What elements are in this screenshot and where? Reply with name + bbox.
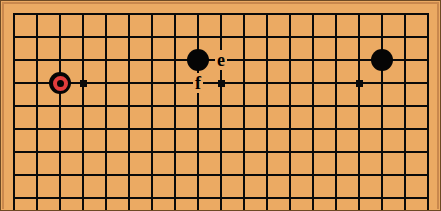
intersection-L11 bbox=[233, 187, 256, 210]
go-diagram: ef bbox=[0, 0, 441, 211]
intersection-T13 bbox=[417, 141, 440, 164]
intersection-P18 bbox=[325, 26, 348, 49]
intersection-K12 bbox=[210, 164, 233, 187]
intersection-G17 bbox=[141, 49, 164, 72]
intersection-H13 bbox=[164, 141, 187, 164]
intersection-E16 bbox=[95, 72, 118, 95]
intersection-Q11 bbox=[348, 187, 371, 210]
intersection-A15 bbox=[3, 95, 26, 118]
intersection-S12 bbox=[394, 164, 417, 187]
intersection-B13 bbox=[26, 141, 49, 164]
intersection-T11 bbox=[417, 187, 440, 210]
intersection-E17 bbox=[95, 49, 118, 72]
intersection-E15 bbox=[95, 95, 118, 118]
intersection-O19 bbox=[302, 3, 325, 26]
intersection-N17 bbox=[279, 49, 302, 72]
intersection-E12 bbox=[95, 164, 118, 187]
go-board: ef bbox=[0, 0, 441, 211]
intersection-H16 bbox=[164, 72, 187, 95]
intersection-Q15 bbox=[348, 95, 371, 118]
intersection-M14 bbox=[256, 118, 279, 141]
intersection-G11 bbox=[141, 187, 164, 210]
black-stone-J17 bbox=[187, 49, 209, 71]
intersection-A12 bbox=[3, 164, 26, 187]
intersection-R11 bbox=[371, 187, 394, 210]
intersection-T15 bbox=[417, 95, 440, 118]
intersection-S17 bbox=[394, 49, 417, 72]
intersection-T14 bbox=[417, 118, 440, 141]
intersection-C12 bbox=[49, 164, 72, 187]
intersection-R13 bbox=[371, 141, 394, 164]
intersection-R17 bbox=[371, 49, 394, 72]
intersection-N12 bbox=[279, 164, 302, 187]
intersection-R19 bbox=[371, 3, 394, 26]
intersection-B14 bbox=[26, 118, 49, 141]
intersection-H18 bbox=[164, 26, 187, 49]
intersection-B11 bbox=[26, 187, 49, 210]
intersection-J13 bbox=[187, 141, 210, 164]
intersection-K18 bbox=[210, 26, 233, 49]
intersection-D19 bbox=[72, 3, 95, 26]
intersection-L15 bbox=[233, 95, 256, 118]
intersection-F13 bbox=[118, 141, 141, 164]
intersection-P12 bbox=[325, 164, 348, 187]
intersection-S15 bbox=[394, 95, 417, 118]
intersection-S11 bbox=[394, 187, 417, 210]
intersection-D16 bbox=[72, 72, 95, 95]
intersection-B15 bbox=[26, 95, 49, 118]
intersection-M19 bbox=[256, 3, 279, 26]
intersection-K11 bbox=[210, 187, 233, 210]
intersection-P14 bbox=[325, 118, 348, 141]
intersection-C11 bbox=[49, 187, 72, 210]
intersection-C18 bbox=[49, 26, 72, 49]
intersection-N14 bbox=[279, 118, 302, 141]
intersection-S14 bbox=[394, 118, 417, 141]
intersection-H19 bbox=[164, 3, 187, 26]
intersection-A19 bbox=[3, 3, 26, 26]
intersection-G15 bbox=[141, 95, 164, 118]
intersection-M18 bbox=[256, 26, 279, 49]
intersection-J12 bbox=[187, 164, 210, 187]
intersection-A14 bbox=[3, 118, 26, 141]
intersection-L14 bbox=[233, 118, 256, 141]
intersection-A13 bbox=[3, 141, 26, 164]
intersection-N13 bbox=[279, 141, 302, 164]
intersection-Q14 bbox=[348, 118, 371, 141]
intersection-E19 bbox=[95, 3, 118, 26]
intersection-L17 bbox=[233, 49, 256, 72]
intersection-T17 bbox=[417, 49, 440, 72]
intersection-S13 bbox=[394, 141, 417, 164]
intersection-J18 bbox=[187, 26, 210, 49]
intersection-F18 bbox=[118, 26, 141, 49]
intersection-T12 bbox=[417, 164, 440, 187]
intersection-B19 bbox=[26, 3, 49, 26]
intersection-D15 bbox=[72, 95, 95, 118]
intersection-D18 bbox=[72, 26, 95, 49]
intersection-J11 bbox=[187, 187, 210, 210]
intersection-F11 bbox=[118, 187, 141, 210]
intersection-O13 bbox=[302, 141, 325, 164]
intersection-N18 bbox=[279, 26, 302, 49]
intersection-O17 bbox=[302, 49, 325, 72]
intersection-Q16 bbox=[348, 72, 371, 95]
intersection-M13 bbox=[256, 141, 279, 164]
intersection-C17 bbox=[49, 49, 72, 72]
point-label-e-K17: e bbox=[215, 50, 227, 70]
intersection-N16 bbox=[279, 72, 302, 95]
intersection-E13 bbox=[95, 141, 118, 164]
intersection-T18 bbox=[417, 26, 440, 49]
intersection-D14 bbox=[72, 118, 95, 141]
intersection-M16 bbox=[256, 72, 279, 95]
intersection-D11 bbox=[72, 187, 95, 210]
intersection-E18 bbox=[95, 26, 118, 49]
intersection-C14 bbox=[49, 118, 72, 141]
intersection-K14 bbox=[210, 118, 233, 141]
hoshi-point-Q16 bbox=[356, 80, 363, 87]
black-stone-C16 bbox=[49, 72, 71, 94]
intersection-J16: f bbox=[187, 72, 210, 95]
point-label-f-J16: f bbox=[193, 73, 203, 93]
intersection-H17 bbox=[164, 49, 187, 72]
intersection-Q12 bbox=[348, 164, 371, 187]
black-stone-R17 bbox=[371, 49, 393, 71]
intersection-N11 bbox=[279, 187, 302, 210]
intersection-R15 bbox=[371, 95, 394, 118]
intersection-F16 bbox=[118, 72, 141, 95]
intersection-O12 bbox=[302, 164, 325, 187]
intersection-C19 bbox=[49, 3, 72, 26]
intersection-J14 bbox=[187, 118, 210, 141]
intersection-H14 bbox=[164, 118, 187, 141]
intersection-Q17 bbox=[348, 49, 371, 72]
intersection-M17 bbox=[256, 49, 279, 72]
intersection-K19 bbox=[210, 3, 233, 26]
hoshi-point-K16 bbox=[218, 80, 225, 87]
intersection-H11 bbox=[164, 187, 187, 210]
intersection-F15 bbox=[118, 95, 141, 118]
intersection-N19 bbox=[279, 3, 302, 26]
intersection-A16 bbox=[3, 72, 26, 95]
intersection-K13 bbox=[210, 141, 233, 164]
hoshi-point-D16 bbox=[80, 80, 87, 87]
intersection-T16 bbox=[417, 72, 440, 95]
intersection-L13 bbox=[233, 141, 256, 164]
intersection-G16 bbox=[141, 72, 164, 95]
intersection-K17: e bbox=[210, 49, 233, 72]
intersection-G12 bbox=[141, 164, 164, 187]
intersection-P15 bbox=[325, 95, 348, 118]
intersection-B18 bbox=[26, 26, 49, 49]
circle-mark-icon bbox=[53, 76, 68, 91]
intersection-Q13 bbox=[348, 141, 371, 164]
intersection-S19 bbox=[394, 3, 417, 26]
intersection-S16 bbox=[394, 72, 417, 95]
intersection-F17 bbox=[118, 49, 141, 72]
board-grid: ef bbox=[3, 3, 440, 210]
intersection-S18 bbox=[394, 26, 417, 49]
intersection-C15 bbox=[49, 95, 72, 118]
intersection-N15 bbox=[279, 95, 302, 118]
intersection-R12 bbox=[371, 164, 394, 187]
intersection-D13 bbox=[72, 141, 95, 164]
intersection-F14 bbox=[118, 118, 141, 141]
intersection-B12 bbox=[26, 164, 49, 187]
intersection-T19 bbox=[417, 3, 440, 26]
intersection-M11 bbox=[256, 187, 279, 210]
intersection-G19 bbox=[141, 3, 164, 26]
intersection-P16 bbox=[325, 72, 348, 95]
intersection-L16 bbox=[233, 72, 256, 95]
intersection-B17 bbox=[26, 49, 49, 72]
intersection-M12 bbox=[256, 164, 279, 187]
intersection-J15 bbox=[187, 95, 210, 118]
intersection-B16 bbox=[26, 72, 49, 95]
intersection-P13 bbox=[325, 141, 348, 164]
intersection-G13 bbox=[141, 141, 164, 164]
intersection-E11 bbox=[95, 187, 118, 210]
intersection-O14 bbox=[302, 118, 325, 141]
intersection-G14 bbox=[141, 118, 164, 141]
intersection-R18 bbox=[371, 26, 394, 49]
intersection-H15 bbox=[164, 95, 187, 118]
intersection-O15 bbox=[302, 95, 325, 118]
intersection-K16 bbox=[210, 72, 233, 95]
intersection-A18 bbox=[3, 26, 26, 49]
intersection-P17 bbox=[325, 49, 348, 72]
intersection-O16 bbox=[302, 72, 325, 95]
intersection-A17 bbox=[3, 49, 26, 72]
intersection-R16 bbox=[371, 72, 394, 95]
intersection-D12 bbox=[72, 164, 95, 187]
intersection-J19 bbox=[187, 3, 210, 26]
intersection-A11 bbox=[3, 187, 26, 210]
intersection-O18 bbox=[302, 26, 325, 49]
intersection-P19 bbox=[325, 3, 348, 26]
intersection-C13 bbox=[49, 141, 72, 164]
intersection-K15 bbox=[210, 95, 233, 118]
intersection-F19 bbox=[118, 3, 141, 26]
intersection-D17 bbox=[72, 49, 95, 72]
intersection-O11 bbox=[302, 187, 325, 210]
intersection-G18 bbox=[141, 26, 164, 49]
intersection-L12 bbox=[233, 164, 256, 187]
intersection-P11 bbox=[325, 187, 348, 210]
intersection-L18 bbox=[233, 26, 256, 49]
intersection-Q18 bbox=[348, 26, 371, 49]
intersection-F12 bbox=[118, 164, 141, 187]
intersection-R14 bbox=[371, 118, 394, 141]
intersection-M15 bbox=[256, 95, 279, 118]
intersection-L19 bbox=[233, 3, 256, 26]
intersection-E14 bbox=[95, 118, 118, 141]
intersection-J17 bbox=[187, 49, 210, 72]
intersection-Q19 bbox=[348, 3, 371, 26]
intersection-C16 bbox=[49, 72, 72, 95]
intersection-H12 bbox=[164, 164, 187, 187]
